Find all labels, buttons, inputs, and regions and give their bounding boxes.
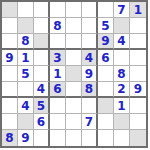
- cell-r8c9[interactable]: [130, 114, 146, 130]
- cell-r6c8[interactable]: 2: [114, 82, 130, 98]
- cell-r9c4[interactable]: [50, 130, 66, 146]
- cell-r3c8[interactable]: 4: [114, 34, 130, 50]
- cell-r1c5[interactable]: [66, 2, 82, 18]
- cell-r4c1[interactable]: 9: [2, 50, 18, 66]
- cell-r7c2[interactable]: 4: [18, 98, 34, 114]
- cell-r7c4[interactable]: [50, 98, 66, 114]
- cell-r5c9[interactable]: [130, 66, 146, 82]
- cell-r7c5[interactable]: [66, 98, 82, 114]
- cell-r8c5[interactable]: [66, 114, 82, 130]
- cell-r6c1[interactable]: [2, 82, 18, 98]
- cell-r3c2[interactable]: 8: [18, 34, 34, 50]
- cell-r7c6[interactable]: [82, 98, 98, 114]
- cell-r8c7[interactable]: [98, 114, 114, 130]
- cell-r9c1[interactable]: 8: [2, 130, 18, 146]
- cell-r8c2[interactable]: [18, 114, 34, 130]
- cell-r9c3[interactable]: [34, 130, 50, 146]
- cell-r9c6[interactable]: [82, 130, 98, 146]
- cell-r5c3[interactable]: [34, 66, 50, 82]
- cell-r5c4[interactable]: 1: [50, 66, 66, 82]
- cell-r7c7[interactable]: [98, 98, 114, 114]
- cell-r3c1[interactable]: [2, 34, 18, 50]
- cell-r6c2[interactable]: [18, 82, 34, 98]
- cell-r1c2[interactable]: [18, 2, 34, 18]
- cell-r2c4[interactable]: 8: [50, 18, 66, 34]
- cell-r6c9[interactable]: 9: [130, 82, 146, 98]
- cell-r9c7[interactable]: [98, 130, 114, 146]
- cell-r8c6[interactable]: 7: [82, 114, 98, 130]
- cell-r7c9[interactable]: [130, 98, 146, 114]
- cell-r8c4[interactable]: [50, 114, 66, 130]
- cell-r6c7[interactable]: [98, 82, 114, 98]
- cell-r7c1[interactable]: [2, 98, 18, 114]
- cell-r4c9[interactable]: [130, 50, 146, 66]
- cell-r7c8[interactable]: 1: [114, 98, 130, 114]
- cell-r6c5[interactable]: [66, 82, 82, 98]
- cell-r4c7[interactable]: 6: [98, 50, 114, 66]
- cell-r1c9[interactable]: 1: [130, 2, 146, 18]
- cell-r9c2[interactable]: 9: [18, 130, 34, 146]
- cell-r4c2[interactable]: 1: [18, 50, 34, 66]
- cell-r5c6[interactable]: 9: [82, 66, 98, 82]
- cell-r2c2[interactable]: [18, 18, 34, 34]
- cell-r3c7[interactable]: 9: [98, 34, 114, 50]
- cell-r9c9[interactable]: [130, 130, 146, 146]
- cell-r2c5[interactable]: [66, 18, 82, 34]
- cell-r9c8[interactable]: [114, 130, 130, 146]
- sudoku-board: 7185894913465198468294516789: [0, 0, 148, 148]
- cell-r4c4[interactable]: 3: [50, 50, 66, 66]
- cell-r6c3[interactable]: 4: [34, 82, 50, 98]
- cell-r2c9[interactable]: [130, 18, 146, 34]
- cell-r9c5[interactable]: [66, 130, 82, 146]
- cell-r6c6[interactable]: 8: [82, 82, 98, 98]
- cell-r8c3[interactable]: 6: [34, 114, 50, 130]
- cell-r3c5[interactable]: [66, 34, 82, 50]
- cell-r2c1[interactable]: [2, 18, 18, 34]
- cell-r4c5[interactable]: [66, 50, 82, 66]
- cell-r7c3[interactable]: 5: [34, 98, 50, 114]
- cell-r4c8[interactable]: [114, 50, 130, 66]
- cell-r2c6[interactable]: [82, 18, 98, 34]
- cell-r1c7[interactable]: [98, 2, 114, 18]
- sudoku-page: 7185894913465198468294516789: [0, 0, 150, 150]
- cell-r6c4[interactable]: 6: [50, 82, 66, 98]
- cell-r1c8[interactable]: 7: [114, 2, 130, 18]
- cell-r8c8[interactable]: [114, 114, 130, 130]
- cell-r1c1[interactable]: [2, 2, 18, 18]
- cell-r5c8[interactable]: 8: [114, 66, 130, 82]
- cell-r1c3[interactable]: [34, 2, 50, 18]
- cell-r3c9[interactable]: [130, 34, 146, 50]
- cell-r2c3[interactable]: [34, 18, 50, 34]
- cell-r5c1[interactable]: [2, 66, 18, 82]
- cell-r5c5[interactable]: [66, 66, 82, 82]
- cell-r5c7[interactable]: [98, 66, 114, 82]
- cell-r2c8[interactable]: [114, 18, 130, 34]
- cell-r4c6[interactable]: 4: [82, 50, 98, 66]
- cell-r5c2[interactable]: 5: [18, 66, 34, 82]
- cell-r8c1[interactable]: [2, 114, 18, 130]
- cell-r3c3[interactable]: [34, 34, 50, 50]
- cell-r1c6[interactable]: [82, 2, 98, 18]
- cell-r1c4[interactable]: [50, 2, 66, 18]
- cell-r3c4[interactable]: [50, 34, 66, 50]
- cell-r3c6[interactable]: [82, 34, 98, 50]
- cell-r4c3[interactable]: [34, 50, 50, 66]
- cell-r2c7[interactable]: 5: [98, 18, 114, 34]
